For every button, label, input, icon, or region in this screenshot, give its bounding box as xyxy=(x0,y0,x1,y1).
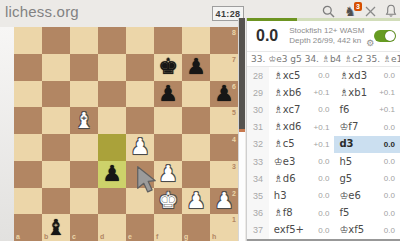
square-b7[interactable] xyxy=(42,54,70,81)
square-h3[interactable]: 3 xyxy=(210,161,238,188)
engine-eval-box: 0.0 Stockfish 12+ WASM Depth 26/99, 442 … xyxy=(247,21,400,51)
square-d2[interactable] xyxy=(98,188,126,215)
move-32-white[interactable]: ♗c5+0.1 xyxy=(269,136,335,153)
square-f6[interactable]: ♟ xyxy=(154,81,182,108)
rank-label-8: 8 xyxy=(232,29,236,36)
move-eval: 0.0 xyxy=(384,71,395,80)
square-f4[interactable] xyxy=(154,134,182,161)
square-d4[interactable] xyxy=(98,134,126,161)
file-label-d: d xyxy=(100,233,104,240)
move-san: ♗xc7 xyxy=(274,105,301,115)
square-a2[interactable] xyxy=(14,188,42,215)
white-pawn-g2[interactable]: ♟ xyxy=(182,188,210,215)
move-san: ♗xb1 xyxy=(339,88,367,98)
move-number: 37 xyxy=(247,222,269,239)
move-san: g5 xyxy=(339,174,352,184)
move-eval: 0.0 xyxy=(318,71,329,80)
move-number: 29 xyxy=(247,84,269,101)
square-b5[interactable] xyxy=(42,107,70,134)
move-row-30: 30♗xc70.0f6+0.1 xyxy=(247,101,400,118)
crossed-swords-icon[interactable] xyxy=(365,6,376,17)
square-f2[interactable]: ♚ xyxy=(154,188,182,215)
move-eval: +0.1 xyxy=(314,123,330,132)
square-g3[interactable] xyxy=(182,161,210,188)
eval-gauge-midpoint-tick xyxy=(239,129,245,132)
chess-board[interactable]: 8♚♟7♟♟6♝5♟4♟♟3♚♟♟2a♝bcdefg1h xyxy=(14,27,238,241)
move-san: ♔e6 xyxy=(339,191,360,201)
move-31-white[interactable]: ♗xd6+0.1 xyxy=(269,119,335,136)
move-san: ♔f7 xyxy=(339,122,358,132)
move-eval: 0.0 xyxy=(384,123,395,132)
gear-icon[interactable]: ⚙ xyxy=(366,38,374,48)
square-e8[interactable] xyxy=(126,27,154,54)
engine-eval-value: 0.0 xyxy=(256,27,278,45)
square-h4[interactable]: 4 xyxy=(210,134,238,161)
square-f8[interactable] xyxy=(154,27,182,54)
square-g8[interactable] xyxy=(182,27,210,54)
move-34-black[interactable]: g50.0 xyxy=(334,170,400,187)
white-pawn-f3[interactable]: ♟ xyxy=(154,161,182,188)
square-g6[interactable] xyxy=(182,81,210,108)
move-eval: 0.0 xyxy=(318,191,329,200)
move-eval: +0.1 xyxy=(314,88,330,97)
square-d6[interactable] xyxy=(98,81,126,108)
engine-pv-line[interactable]: 33. ♔e3 g5 34. ♗b4 ♗c2 35. ♗e1 ♔e6 ... xyxy=(247,51,400,67)
square-d1[interactable]: d xyxy=(98,214,126,241)
move-san: ♗f8 xyxy=(274,208,293,218)
lichess-analysis-page: lichess.org ♞ 3 41:28 8♚♟7♟♟6♝5♟4♟♟3♚♟♟2… xyxy=(0,0,400,241)
rank-label-6: 6 xyxy=(232,83,236,90)
move-eval: 0.0 xyxy=(384,140,395,149)
square-a8[interactable] xyxy=(14,27,42,54)
move-san: f5 xyxy=(339,208,349,218)
move-eval: 0.0 xyxy=(318,209,329,218)
square-h2[interactable]: ♟2 xyxy=(210,188,238,215)
square-b6[interactable] xyxy=(42,81,70,108)
file-label-g: g xyxy=(184,233,188,240)
black-pawn-d3[interactable]: ♟ xyxy=(98,161,126,188)
square-f5[interactable] xyxy=(154,107,182,134)
move-number: 31 xyxy=(247,119,269,136)
file-label-h: h xyxy=(212,233,216,240)
square-a5[interactable] xyxy=(14,107,42,134)
square-c4[interactable] xyxy=(70,134,98,161)
move-san: exf5+ xyxy=(274,225,304,235)
square-a1[interactable]: a xyxy=(14,214,42,241)
square-f7[interactable]: ♚ xyxy=(154,54,182,81)
knight-challenges-icon[interactable]: ♞ 3 xyxy=(344,5,356,18)
square-f3[interactable]: ♟ xyxy=(154,161,182,188)
move-san: ♗xb6 xyxy=(274,88,302,98)
move-32-black[interactable]: d30.0 xyxy=(334,136,400,153)
move-34-white[interactable]: ♗d60.0 xyxy=(269,170,335,187)
square-h5[interactable]: 5 xyxy=(210,107,238,134)
move-number: 34 xyxy=(247,170,269,187)
engine-toggle-knob xyxy=(385,31,395,41)
engine-progress-bar xyxy=(247,18,400,21)
move-eval: 0.0 xyxy=(318,105,329,114)
engine-toggle[interactable] xyxy=(374,30,396,42)
move-29-black[interactable]: ♗xb1+0.1 xyxy=(334,84,400,101)
square-e3[interactable] xyxy=(126,161,154,188)
square-a3[interactable] xyxy=(14,161,42,188)
square-c8[interactable] xyxy=(70,27,98,54)
move-eval: 0.0 xyxy=(318,157,329,166)
square-e2[interactable] xyxy=(126,188,154,215)
move-eval: 0.0 xyxy=(384,209,395,218)
move-eval: +0.1 xyxy=(314,140,330,149)
square-d5[interactable] xyxy=(98,107,126,134)
file-label-f: f xyxy=(156,233,158,240)
move-san: h5 xyxy=(339,157,352,167)
eval-gauge-black-half xyxy=(239,18,245,130)
square-f1[interactable]: f xyxy=(154,214,182,241)
move-number: 35 xyxy=(247,187,269,204)
move-eval: 0.0 xyxy=(318,174,329,183)
move-row-36: 36♗f80.0f50.0 xyxy=(247,205,400,222)
move-eval: +0.1 xyxy=(379,88,395,97)
file-label-a: a xyxy=(16,233,20,240)
move-28-white[interactable]: ♗xc50.0 xyxy=(269,67,335,84)
square-e5[interactable] xyxy=(126,107,154,134)
move-eval: 0.0 xyxy=(318,226,329,235)
square-g1[interactable]: g xyxy=(182,214,210,241)
bell-icon[interactable] xyxy=(385,4,397,18)
move-san: ♗xd3 xyxy=(339,71,367,81)
square-e4[interactable]: ♟ xyxy=(126,134,154,161)
move-31-black[interactable]: ♔f70.0 xyxy=(334,119,400,136)
rank-label-1: 1 xyxy=(232,216,236,223)
move-eval: 0.0 xyxy=(384,157,395,166)
square-g5[interactable] xyxy=(182,107,210,134)
square-a7[interactable] xyxy=(14,54,42,81)
move-30-white[interactable]: ♗xc70.0 xyxy=(269,101,335,118)
move-number: 32 xyxy=(247,136,269,153)
square-h8[interactable]: 8 xyxy=(210,27,238,54)
rank-label-5: 5 xyxy=(232,109,236,116)
square-h7[interactable]: 7 xyxy=(210,54,238,81)
move-row-37: 37exf5+0.0♔xf50.0 xyxy=(247,222,400,239)
move-29-white[interactable]: ♗xb6+0.1 xyxy=(269,84,335,101)
rank-label-7: 7 xyxy=(232,56,236,63)
square-e1[interactable]: e xyxy=(126,214,154,241)
move-eval: +0.1 xyxy=(379,105,395,114)
move-san: ♗xc5 xyxy=(274,71,301,81)
square-b3[interactable] xyxy=(42,161,70,188)
engine-name: Stockfish 12+ WASM xyxy=(289,26,364,35)
move-28-black[interactable]: ♗xd30.0 xyxy=(334,67,400,84)
file-label-b: b xyxy=(44,233,48,240)
move-37-white[interactable]: exf5+0.0 xyxy=(269,222,335,239)
move-37-black[interactable]: ♔xf50.0 xyxy=(334,222,400,239)
move-number: 30 xyxy=(247,101,269,118)
move-row-34: 34♗d60.0g50.0 xyxy=(247,170,400,187)
move-row-28: 28♗xc50.0♗xd30.0 xyxy=(247,67,400,84)
square-b2[interactable] xyxy=(42,188,70,215)
black-pawn-f6[interactable]: ♟ xyxy=(154,81,182,108)
move-36-black[interactable]: f50.0 xyxy=(334,205,400,222)
move-san: h3 xyxy=(274,191,287,201)
move-35-white[interactable]: h30.0 xyxy=(269,187,335,204)
move-row-29: 29♗xb6+0.1♗xb1+0.1 xyxy=(247,84,400,101)
move-number: 28 xyxy=(247,67,269,84)
move-list: 28♗xc50.0♗xd30.029♗xb6+0.1♗xb1+0.130♗xc7… xyxy=(247,67,400,239)
notification-count-badge: 3 xyxy=(354,2,362,11)
square-d7[interactable] xyxy=(98,54,126,81)
search-icon[interactable] xyxy=(322,5,335,18)
move-san: ♔e3 xyxy=(274,157,295,167)
white-pawn-e4[interactable]: ♟ xyxy=(126,134,154,161)
move-san: ♗d6 xyxy=(274,174,296,184)
rank-label-3: 3 xyxy=(232,163,236,170)
engine-info: Stockfish 12+ WASM Depth 26/99, 442 kn xyxy=(289,26,364,46)
square-h1[interactable]: 1h xyxy=(210,214,238,241)
square-c6[interactable] xyxy=(70,81,98,108)
lichess-logo[interactable]: lichess.org xyxy=(5,3,79,20)
move-row-33: 33♔e30.0h50.0 xyxy=(247,153,400,170)
move-san: ♔xf5 xyxy=(339,225,364,235)
black-king-f7[interactable]: ♚ xyxy=(154,54,182,81)
move-eval: 0.0 xyxy=(384,191,395,200)
move-san: ♗c5 xyxy=(274,139,295,149)
file-label-e: e xyxy=(128,233,132,240)
square-h6[interactable]: ♟6 xyxy=(210,81,238,108)
square-b1[interactable]: ♝b xyxy=(42,214,70,241)
engine-progress-rest xyxy=(297,18,400,21)
square-b4[interactable] xyxy=(42,134,70,161)
file-label-c: c xyxy=(72,233,76,240)
square-c2[interactable] xyxy=(70,188,98,215)
square-e7[interactable] xyxy=(126,54,154,81)
square-a4[interactable] xyxy=(14,134,42,161)
move-san: d3 xyxy=(339,139,353,149)
square-g2[interactable]: ♟ xyxy=(182,188,210,215)
square-b8[interactable] xyxy=(42,27,70,54)
move-35-black[interactable]: ♔e60.0 xyxy=(334,187,400,204)
rank-label-4: 4 xyxy=(232,136,236,143)
square-c5[interactable]: ♝ xyxy=(70,107,98,134)
move-san: ♗xd6 xyxy=(274,122,302,132)
square-e6[interactable] xyxy=(126,81,154,108)
move-number: 33 xyxy=(247,153,269,170)
black-pawn-g7[interactable]: ♟ xyxy=(182,54,210,81)
move-30-black[interactable]: f6+0.1 xyxy=(334,101,400,118)
move-san: f6 xyxy=(339,105,349,115)
header-icons: ♞ 3 xyxy=(322,3,397,19)
eval-gauge xyxy=(238,18,245,241)
square-d3[interactable]: ♟ xyxy=(98,161,126,188)
move-eval: 0.0 xyxy=(384,174,395,183)
engine-depth: Depth 26/99, 442 kn xyxy=(289,36,361,45)
move-eval: 0.0 xyxy=(384,226,395,235)
square-g4[interactable] xyxy=(182,134,210,161)
analysis-panel: 0.0 Stockfish 12+ WASM Depth 26/99, 442 … xyxy=(246,18,400,241)
move-36-white[interactable]: ♗f80.0 xyxy=(269,205,335,222)
engine-progress-done xyxy=(247,18,297,21)
square-g7[interactable]: ♟ xyxy=(182,54,210,81)
square-c1[interactable]: c xyxy=(70,214,98,241)
move-33-white[interactable]: ♔e30.0 xyxy=(269,153,335,170)
square-d8[interactable] xyxy=(98,27,126,54)
square-c7[interactable] xyxy=(70,54,98,81)
move-row-35: 35h30.0♔e60.0 xyxy=(247,187,400,204)
white-king-f2[interactable]: ♚ xyxy=(154,188,182,215)
move-33-black[interactable]: h50.0 xyxy=(334,153,400,170)
square-c3[interactable] xyxy=(70,161,98,188)
move-number: 36 xyxy=(247,205,269,222)
square-a6[interactable] xyxy=(14,81,42,108)
rank-label-2: 2 xyxy=(232,190,236,197)
move-row-32: 32♗c5+0.1d30.0 xyxy=(247,136,400,153)
white-bishop-c5[interactable]: ♝ xyxy=(70,107,98,134)
left-gutter xyxy=(0,27,14,241)
move-row-31: 31♗xd6+0.1♔f70.0 xyxy=(247,119,400,136)
